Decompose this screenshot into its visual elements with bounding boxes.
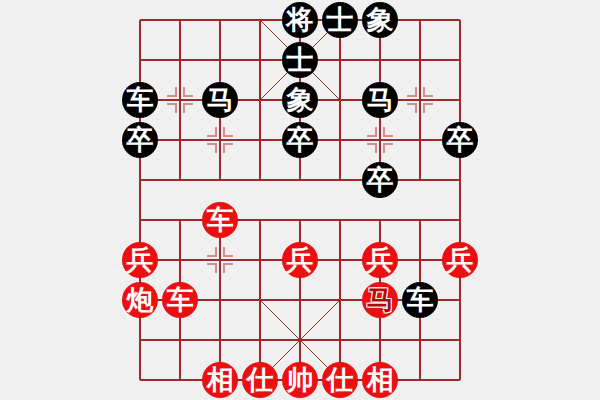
piece-red-horse[interactable]: 马 <box>360 280 400 320</box>
piece-glyph: 仕 <box>327 367 354 394</box>
piece-red-pawn[interactable]: 兵 <box>280 240 320 280</box>
piece-glyph: 仕 <box>247 367 274 394</box>
piece-glyph: 兵 <box>447 247 474 274</box>
piece-black-pawn[interactable]: 卒 <box>440 120 480 160</box>
piece-glyph: 士 <box>287 47 314 74</box>
piece-glyph: 卒 <box>367 167 394 194</box>
piece-black-elephant[interactable]: 象 <box>360 0 400 40</box>
piece-disc: 象 <box>282 82 318 118</box>
piece-disc: 马 <box>362 282 398 318</box>
piece-black-pawn[interactable]: 卒 <box>280 120 320 160</box>
piece-glyph: 将 <box>287 7 314 34</box>
piece-disc: 炮 <box>122 282 158 318</box>
piece-glyph: 兵 <box>127 247 154 274</box>
piece-disc: 车 <box>162 282 198 318</box>
piece-disc: 兵 <box>362 242 398 278</box>
piece-disc: 帅 <box>282 362 318 398</box>
piece-disc: 仕 <box>242 362 278 398</box>
piece-disc: 相 <box>362 362 398 398</box>
piece-disc: 相 <box>202 362 238 398</box>
piece-glyph: 马 <box>367 87 394 114</box>
xiangqi-board: 将士象士车马象马卒卒卒卒车兵兵兵兵炮车马车相仕帅仕相 <box>0 0 600 400</box>
piece-disc: 象 <box>362 2 398 38</box>
piece-black-pawn[interactable]: 卒 <box>120 120 160 160</box>
piece-black-rook[interactable]: 车 <box>400 280 440 320</box>
piece-glyph: 卒 <box>287 127 314 154</box>
piece-glyph: 相 <box>367 367 394 394</box>
piece-red-cannon[interactable]: 炮 <box>120 280 160 320</box>
piece-disc: 兵 <box>282 242 318 278</box>
piece-disc: 卒 <box>442 122 478 158</box>
piece-disc: 卒 <box>282 122 318 158</box>
piece-glyph: 士 <box>327 7 354 34</box>
piece-black-advisor[interactable]: 士 <box>320 0 360 40</box>
piece-red-advisor[interactable]: 仕 <box>320 360 360 400</box>
piece-glyph: 车 <box>167 287 194 314</box>
piece-disc: 仕 <box>322 362 358 398</box>
piece-disc: 卒 <box>122 122 158 158</box>
piece-disc: 兵 <box>442 242 478 278</box>
piece-black-horse[interactable]: 马 <box>360 80 400 120</box>
piece-disc: 士 <box>282 42 318 78</box>
piece-black-general[interactable]: 将 <box>280 0 320 40</box>
piece-disc: 车 <box>402 282 438 318</box>
piece-disc: 马 <box>362 82 398 118</box>
piece-glyph: 帅 <box>287 367 314 394</box>
piece-black-horse[interactable]: 马 <box>200 80 240 120</box>
piece-glyph: 马 <box>367 287 394 314</box>
piece-black-pawn[interactable]: 卒 <box>360 160 400 200</box>
piece-red-advisor[interactable]: 仕 <box>240 360 280 400</box>
piece-disc: 将 <box>282 2 318 38</box>
piece-glyph: 象 <box>287 87 314 114</box>
piece-red-rook[interactable]: 车 <box>160 280 200 320</box>
piece-red-pawn[interactable]: 兵 <box>120 240 160 280</box>
piece-glyph: 车 <box>407 287 434 314</box>
piece-black-rook[interactable]: 车 <box>120 80 160 120</box>
piece-black-elephant[interactable]: 象 <box>280 80 320 120</box>
piece-red-elephant[interactable]: 相 <box>360 360 400 400</box>
piece-red-elephant[interactable]: 相 <box>200 360 240 400</box>
piece-red-general[interactable]: 帅 <box>280 360 320 400</box>
board-pieces-grid: 将士象士车马象马卒卒卒卒车兵兵兵兵炮车马车相仕帅仕相 <box>120 0 480 400</box>
piece-glyph: 相 <box>207 367 234 394</box>
piece-disc: 兵 <box>122 242 158 278</box>
piece-glyph: 象 <box>367 7 394 34</box>
piece-red-pawn[interactable]: 兵 <box>360 240 400 280</box>
piece-disc: 马 <box>202 82 238 118</box>
piece-disc: 车 <box>122 82 158 118</box>
piece-black-advisor[interactable]: 士 <box>280 40 320 80</box>
piece-disc: 士 <box>322 2 358 38</box>
piece-disc: 卒 <box>362 162 398 198</box>
piece-disc: 车 <box>202 202 238 238</box>
piece-red-rook[interactable]: 车 <box>200 200 240 240</box>
piece-glyph: 兵 <box>287 247 314 274</box>
piece-glyph: 卒 <box>127 127 154 154</box>
piece-glyph: 炮 <box>127 287 154 314</box>
piece-red-pawn[interactable]: 兵 <box>440 240 480 280</box>
piece-glyph: 兵 <box>367 247 394 274</box>
piece-glyph: 车 <box>207 207 234 234</box>
piece-glyph: 马 <box>207 87 234 114</box>
piece-glyph: 车 <box>127 87 154 114</box>
piece-glyph: 卒 <box>447 127 474 154</box>
